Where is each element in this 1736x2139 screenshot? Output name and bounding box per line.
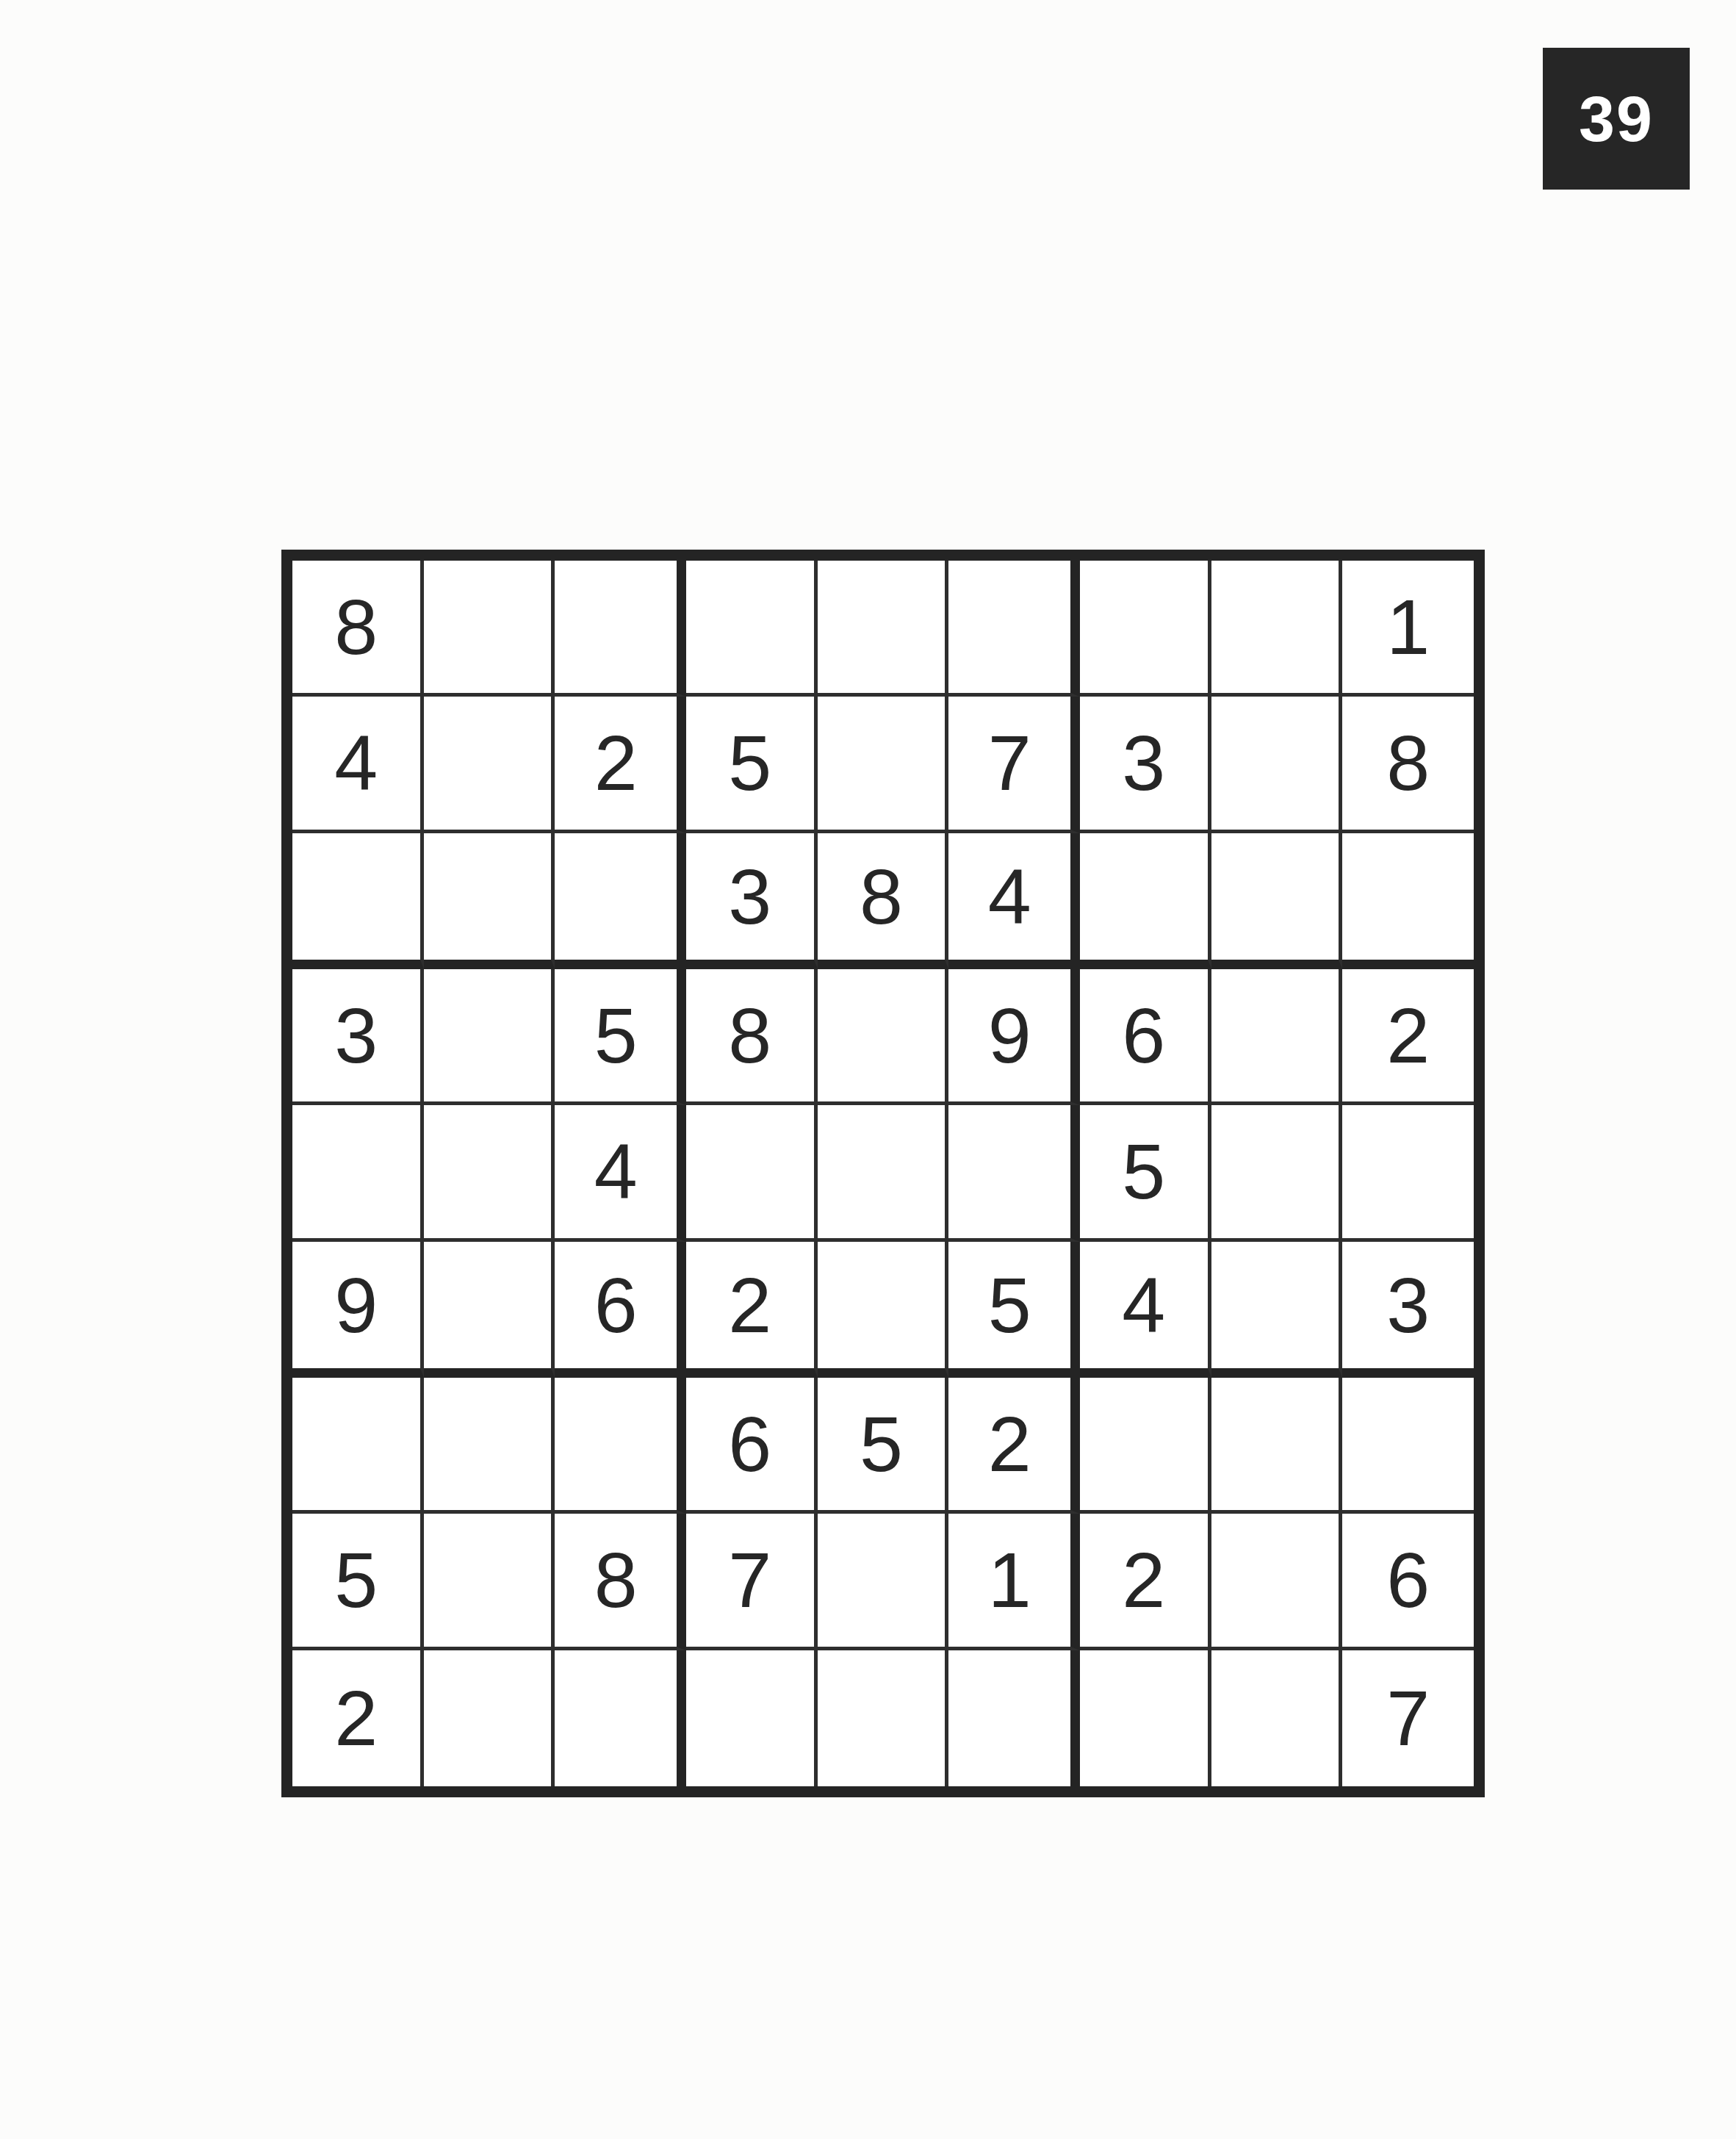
cell-r1c9[interactable]: 1 [1342,561,1474,697]
cell-r5c6[interactable] [948,1105,1080,1241]
cell-r3c3[interactable] [555,833,686,969]
given-digit: 2 [988,1405,1031,1483]
cell-r6c8[interactable] [1211,1242,1343,1378]
cell-r2c9[interactable]: 8 [1342,697,1474,833]
given-digit: 5 [594,996,638,1074]
cell-r6c3[interactable]: 6 [555,1242,686,1378]
cell-r6c2[interactable] [424,1242,555,1378]
cell-r4c1[interactable]: 3 [292,969,424,1105]
cell-r9c1[interactable]: 2 [292,1650,424,1786]
given-digit: 6 [728,1405,771,1483]
cell-r3c2[interactable] [424,833,555,969]
cell-r3c7[interactable] [1080,833,1211,969]
cell-r5c3[interactable]: 4 [555,1105,686,1241]
cell-r4c9[interactable]: 2 [1342,969,1474,1105]
cell-r8c5[interactable] [818,1514,949,1650]
given-digit: 5 [334,1541,378,1619]
cell-r9c3[interactable] [555,1650,686,1786]
given-digit: 4 [1122,1266,1165,1344]
cell-r6c1[interactable]: 9 [292,1242,424,1378]
cell-r7c4[interactable]: 6 [686,1378,818,1514]
given-digit: 2 [594,724,638,802]
cell-r1c5[interactable] [818,561,949,697]
given-digit: 5 [988,1266,1031,1344]
given-digit: 8 [728,996,771,1074]
cell-r7c3[interactable] [555,1378,686,1514]
cell-r2c5[interactable] [818,697,949,833]
cell-r9c5[interactable] [818,1650,949,1786]
cell-r9c2[interactable] [424,1650,555,1786]
given-digit: 5 [728,724,771,802]
given-digit: 8 [334,588,378,666]
given-digit: 4 [334,724,378,802]
cell-r6c9[interactable]: 3 [1342,1242,1474,1378]
cell-r8c9[interactable]: 6 [1342,1514,1474,1650]
cell-r8c3[interactable]: 8 [555,1514,686,1650]
cell-r1c2[interactable] [424,561,555,697]
cell-r6c4[interactable]: 2 [686,1242,818,1378]
cell-r5c8[interactable] [1211,1105,1343,1241]
cell-r4c2[interactable] [424,969,555,1105]
puzzle-number: 39 [1579,82,1654,157]
given-digit: 6 [594,1266,638,1344]
cell-r6c7[interactable]: 4 [1080,1242,1211,1378]
cell-r4c3[interactable]: 5 [555,969,686,1105]
cell-r2c3[interactable]: 2 [555,697,686,833]
cell-r3c9[interactable] [1342,833,1474,969]
given-digit: 3 [728,858,771,935]
cell-r2c4[interactable]: 5 [686,697,818,833]
cell-r9c4[interactable] [686,1650,818,1786]
given-digit: 1 [1386,588,1430,666]
cell-r9c7[interactable] [1080,1650,1211,1786]
given-digit: 9 [988,996,1031,1074]
given-digit: 7 [988,724,1031,802]
given-digit: 2 [1386,996,1430,1074]
given-digit: 1 [988,1541,1031,1619]
cell-r3c6[interactable]: 4 [948,833,1080,969]
cell-r6c5[interactable] [818,1242,949,1378]
cell-r1c7[interactable] [1080,561,1211,697]
cell-r5c7[interactable]: 5 [1080,1105,1211,1241]
cell-r5c5[interactable] [818,1105,949,1241]
cell-r4c5[interactable] [818,969,949,1105]
given-digit: 6 [1386,1541,1430,1619]
cell-r4c4[interactable]: 8 [686,969,818,1105]
cell-r7c5[interactable]: 5 [818,1378,949,1514]
given-digit: 5 [1122,1132,1165,1210]
cell-r4c6[interactable]: 9 [948,969,1080,1105]
cell-r8c4[interactable]: 7 [686,1514,818,1650]
cell-r7c2[interactable] [424,1378,555,1514]
given-digit: 8 [860,858,903,935]
given-digit: 2 [728,1266,771,1344]
given-digit: 8 [1386,724,1430,802]
given-digit: 6 [1122,996,1165,1074]
cell-r4c7[interactable]: 6 [1080,969,1211,1105]
cell-r2c2[interactable] [424,697,555,833]
cell-r7c9[interactable] [1342,1378,1474,1514]
given-digit: 3 [1386,1266,1430,1344]
given-digit: 2 [334,1679,378,1757]
cell-r8c2[interactable] [424,1514,555,1650]
cell-r1c6[interactable] [948,561,1080,697]
cell-r4c8[interactable] [1211,969,1343,1105]
given-digit: 2 [1122,1541,1165,1619]
cell-r9c9[interactable]: 7 [1342,1650,1474,1786]
given-digit: 8 [594,1541,638,1619]
cell-r7c1[interactable] [292,1378,424,1514]
cell-r7c7[interactable] [1080,1378,1211,1514]
cell-r5c9[interactable] [1342,1105,1474,1241]
sudoku-board: 814257383843589624596254365258712627 [281,550,1485,1797]
cell-r2c1[interactable]: 4 [292,697,424,833]
cell-r2c7[interactable]: 3 [1080,697,1211,833]
puzzle-number-badge: 39 [1543,48,1690,190]
cell-r7c8[interactable] [1211,1378,1343,1514]
cell-r1c3[interactable] [555,561,686,697]
cell-r8c7[interactable]: 2 [1080,1514,1211,1650]
cell-r9c6[interactable] [948,1650,1080,1786]
cell-r3c8[interactable] [1211,833,1343,969]
given-digit: 3 [334,996,378,1074]
cell-r1c1[interactable]: 8 [292,561,424,697]
given-digit: 4 [988,858,1031,935]
cell-r8c1[interactable]: 5 [292,1514,424,1650]
cell-r3c4[interactable]: 3 [686,833,818,969]
given-digit: 9 [334,1266,378,1344]
cell-r5c4[interactable] [686,1105,818,1241]
given-digit: 7 [728,1541,771,1619]
cell-r7c6[interactable]: 2 [948,1378,1080,1514]
cell-r1c8[interactable] [1211,561,1343,697]
given-digit: 5 [860,1405,903,1483]
cell-r1c4[interactable] [686,561,818,697]
cell-r2c6[interactable]: 7 [948,697,1080,833]
cell-r8c6[interactable]: 1 [948,1514,1080,1650]
cell-r2c8[interactable] [1211,697,1343,833]
cell-r5c2[interactable] [424,1105,555,1241]
given-digit: 7 [1386,1679,1430,1757]
cell-r3c5[interactable]: 8 [818,833,949,969]
cell-r8c8[interactable] [1211,1514,1343,1650]
cell-r3c1[interactable] [292,833,424,969]
cell-r5c1[interactable] [292,1105,424,1241]
cell-r9c8[interactable] [1211,1650,1343,1786]
given-digit: 4 [594,1132,638,1210]
given-digit: 3 [1122,724,1165,802]
cell-r6c6[interactable]: 5 [948,1242,1080,1378]
